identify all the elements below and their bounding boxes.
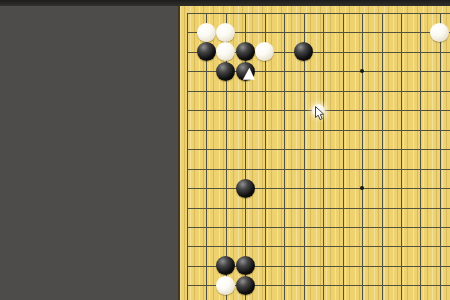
stone-black-D10 <box>236 179 255 198</box>
stone-white-C18 <box>216 23 235 42</box>
mouse-cursor-icon <box>315 106 326 125</box>
grid-line-horizontal <box>187 149 450 150</box>
stone-black-C6 <box>216 256 235 275</box>
grid-line-vertical <box>187 13 188 300</box>
stone-white-C5 <box>216 276 235 295</box>
app-window <box>0 0 450 300</box>
grid-line-vertical <box>284 13 285 300</box>
star-point <box>360 69 364 73</box>
grid-line-vertical <box>440 13 441 300</box>
grid-line-vertical <box>401 13 402 300</box>
grid-line-vertical <box>420 13 421 300</box>
goban-grid[interactable] <box>187 13 450 300</box>
stone-black-D16 <box>236 62 255 81</box>
star-point <box>360 186 364 190</box>
grid-line-vertical <box>362 13 363 300</box>
stone-black-D17 <box>236 42 255 61</box>
stone-white-C17 <box>216 42 235 61</box>
stone-white-E17 <box>255 42 274 61</box>
grid-line-horizontal <box>187 246 450 247</box>
side-panel <box>0 6 178 300</box>
stone-black-G17 <box>294 42 313 61</box>
stone-black-D5 <box>236 276 255 295</box>
stone-white-B18 <box>197 23 216 42</box>
grid-line-vertical <box>382 13 383 300</box>
stone-black-B17 <box>197 42 216 61</box>
grid-line-horizontal <box>187 91 450 92</box>
stone-black-D6 <box>236 256 255 275</box>
grid-line-horizontal <box>187 130 450 131</box>
grid-line-horizontal <box>187 208 450 209</box>
grid-line-horizontal <box>187 188 450 189</box>
stone-white-O18 <box>430 23 449 42</box>
grid-line-vertical <box>323 13 324 300</box>
last-move-marker <box>243 68 255 80</box>
grid-line-horizontal <box>187 227 450 228</box>
stone-black-C16 <box>216 62 235 81</box>
grid-line-horizontal <box>187 169 450 170</box>
grid-line-vertical <box>343 13 344 300</box>
